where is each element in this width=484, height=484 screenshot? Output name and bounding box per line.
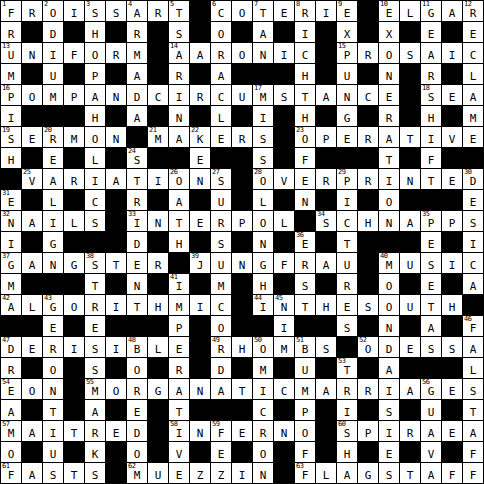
cell-r3c13[interactable]: N: [253, 43, 273, 63]
cell-r11c8[interactable]: N: [148, 211, 168, 231]
cell-r7c16[interactable]: P: [316, 127, 336, 147]
cell-r13c20[interactable]: U: [400, 253, 420, 273]
cell-r5c15[interactable]: T: [295, 85, 315, 105]
cell-r7c6[interactable]: N: [106, 127, 126, 147]
cell-r20c1[interactable]: A: [1, 400, 21, 420]
cell-r10c7[interactable]: R: [127, 190, 147, 210]
cell-r13c4[interactable]: G: [64, 253, 84, 273]
cell-r11c22[interactable]: P: [442, 211, 462, 231]
cell-r13c23[interactable]: C: [463, 253, 483, 273]
cell-r16c5[interactable]: E: [85, 316, 105, 336]
cell-r6c23[interactable]: M: [463, 106, 483, 126]
cell-r9c17[interactable]: 29P: [337, 169, 357, 189]
cell-r12c7[interactable]: D: [127, 232, 147, 252]
cell-r17c23[interactable]: A: [463, 337, 483, 357]
cell-r3c14[interactable]: I: [274, 43, 294, 63]
cell-r2c9[interactable]: S: [169, 22, 189, 42]
cell-r16c21[interactable]: A: [421, 316, 441, 336]
cell-r7c22[interactable]: V: [442, 127, 462, 147]
cell-r2c23[interactable]: E: [463, 22, 483, 42]
cell-r21c23[interactable]: A: [463, 421, 483, 441]
cell-r22c17[interactable]: H: [337, 442, 357, 462]
cell-r8c15[interactable]: F: [295, 148, 315, 168]
cell-r6c1[interactable]: I: [1, 106, 21, 126]
cell-r21c1[interactable]: 57M: [1, 421, 21, 441]
cell-r11c7[interactable]: 33I: [127, 211, 147, 231]
cell-r4c11[interactable]: A: [211, 64, 231, 84]
cell-r11c21[interactable]: 35P: [421, 211, 441, 231]
cell-r17c3[interactable]: R: [43, 337, 63, 357]
cell-r11c9[interactable]: T: [169, 211, 189, 231]
cell-r17c15[interactable]: 51B: [295, 337, 315, 357]
cell-r11c2[interactable]: A: [22, 211, 42, 231]
cell-r5c9[interactable]: I: [169, 85, 189, 105]
cell-r9c20[interactable]: N: [400, 169, 420, 189]
cell-r17c2[interactable]: E: [22, 337, 42, 357]
cell-r15c17[interactable]: E: [337, 295, 357, 315]
cell-r15c10[interactable]: I: [190, 295, 210, 315]
cell-r10c11[interactable]: U: [211, 190, 231, 210]
cell-r5c2[interactable]: O: [22, 85, 42, 105]
cell-r15c18[interactable]: S: [358, 295, 378, 315]
cell-r5c10[interactable]: R: [190, 85, 210, 105]
cell-r19c18[interactable]: R: [358, 379, 378, 399]
cell-r19c13[interactable]: I: [253, 379, 273, 399]
cell-r7c21[interactable]: I: [421, 127, 441, 147]
cell-r9c7[interactable]: T: [127, 169, 147, 189]
cell-r9c23[interactable]: 30D: [463, 169, 483, 189]
cell-r9c5[interactable]: I: [85, 169, 105, 189]
cell-r17c6[interactable]: I: [106, 337, 126, 357]
cell-r7c4[interactable]: M: [64, 127, 84, 147]
cell-r12c3[interactable]: G: [43, 232, 63, 252]
cell-r19c17[interactable]: R: [337, 379, 357, 399]
cell-r15c20[interactable]: U: [400, 295, 420, 315]
cell-r2c15[interactable]: I: [295, 22, 315, 42]
cell-r9c2[interactable]: 25V: [22, 169, 42, 189]
cell-r23c5[interactable]: S: [85, 463, 105, 483]
cell-r1c5[interactable]: 3S: [85, 1, 105, 21]
cell-r7c11[interactable]: E: [211, 127, 231, 147]
cell-r13c13[interactable]: G: [253, 253, 273, 273]
cell-r18c1[interactable]: R: [1, 358, 21, 378]
cell-r4c21[interactable]: R: [421, 64, 441, 84]
cell-r10c17[interactable]: I: [337, 190, 357, 210]
cell-r21c19[interactable]: I: [379, 421, 399, 441]
cell-r20c13[interactable]: C: [253, 400, 273, 420]
cell-r17c14[interactable]: M: [274, 337, 294, 357]
cell-r18c11[interactable]: D: [211, 358, 231, 378]
cell-r17c20[interactable]: E: [400, 337, 420, 357]
cell-r7c13[interactable]: S: [253, 127, 273, 147]
cell-r23c16[interactable]: L: [316, 463, 336, 483]
cell-r10c23[interactable]: E: [463, 190, 483, 210]
cell-r19c6[interactable]: O: [106, 379, 126, 399]
cell-r16c17[interactable]: S: [337, 316, 357, 336]
cell-r7c2[interactable]: E: [22, 127, 42, 147]
cell-r20c7[interactable]: E: [127, 400, 147, 420]
cell-r4c19[interactable]: N: [379, 64, 399, 84]
cell-r3c15[interactable]: C: [295, 43, 315, 63]
cell-r23c21[interactable]: A: [421, 463, 441, 483]
cell-r5c6[interactable]: N: [106, 85, 126, 105]
cell-r1c17[interactable]: 9E: [337, 1, 357, 21]
cell-r3c10[interactable]: A: [190, 43, 210, 63]
cell-r16c23[interactable]: 46F: [463, 316, 483, 336]
cell-r7c20[interactable]: T: [400, 127, 420, 147]
cell-r21c10[interactable]: N: [190, 421, 210, 441]
cell-r17c7[interactable]: 48B: [127, 337, 147, 357]
cell-r18c19[interactable]: A: [379, 358, 399, 378]
cell-r14c13[interactable]: H: [253, 274, 273, 294]
cell-r9c18[interactable]: R: [358, 169, 378, 189]
cell-r13c3[interactable]: N: [43, 253, 63, 273]
cell-r13c19[interactable]: 40M: [379, 253, 399, 273]
cell-r1c8[interactable]: R: [148, 1, 168, 21]
cell-r3c12[interactable]: O: [232, 43, 252, 63]
cell-r17c19[interactable]: D: [379, 337, 399, 357]
cell-r11c3[interactable]: I: [43, 211, 63, 231]
cell-r4c23[interactable]: L: [463, 64, 483, 84]
cell-r1c9[interactable]: 5T: [169, 1, 189, 21]
cell-r13c16[interactable]: A: [316, 253, 336, 273]
cell-r5c3[interactable]: M: [43, 85, 63, 105]
cell-r23c15[interactable]: 63F: [295, 463, 315, 483]
cell-r9c19[interactable]: I: [379, 169, 399, 189]
cell-r11c12[interactable]: P: [232, 211, 252, 231]
cell-r1c11[interactable]: 6C: [211, 1, 231, 21]
cell-r11c14[interactable]: L: [274, 211, 294, 231]
cell-r8c10[interactable]: E: [190, 148, 210, 168]
cell-r7c17[interactable]: E: [337, 127, 357, 147]
cell-r8c3[interactable]: E: [43, 148, 63, 168]
cell-r17c4[interactable]: I: [64, 337, 84, 357]
cell-r11c23[interactable]: S: [463, 211, 483, 231]
cell-r13c8[interactable]: R: [148, 253, 168, 273]
cell-r12c11[interactable]: S: [211, 232, 231, 252]
cell-r15c11[interactable]: C: [211, 295, 231, 315]
cell-r1c15[interactable]: 8R: [295, 1, 315, 21]
cell-r23c23[interactable]: F: [463, 463, 483, 483]
cell-r13c1[interactable]: 37G: [1, 253, 21, 273]
cell-r10c19[interactable]: O: [379, 190, 399, 210]
cell-r11c18[interactable]: H: [358, 211, 378, 231]
cell-r14c21[interactable]: E: [421, 274, 441, 294]
cell-r5c1[interactable]: 16P: [1, 85, 21, 105]
cell-r12c17[interactable]: T: [337, 232, 357, 252]
cell-r15c19[interactable]: O: [379, 295, 399, 315]
cell-r4c1[interactable]: M: [1, 64, 21, 84]
cell-r17c21[interactable]: S: [421, 337, 441, 357]
cell-r2c3[interactable]: D: [43, 22, 63, 42]
cell-r2c21[interactable]: E: [421, 22, 441, 42]
cell-r18c23[interactable]: L: [463, 358, 483, 378]
cell-r3c21[interactable]: A: [421, 43, 441, 63]
cell-r13c2[interactable]: A: [22, 253, 42, 273]
cell-r19c2[interactable]: O: [22, 379, 42, 399]
cell-r3c7[interactable]: M: [127, 43, 147, 63]
cell-r13c7[interactable]: E: [127, 253, 147, 273]
cell-r6c11[interactable]: L: [211, 106, 231, 126]
cell-r3c5[interactable]: O: [85, 43, 105, 63]
cell-r7c18[interactable]: R: [358, 127, 378, 147]
cell-r5c11[interactable]: C: [211, 85, 231, 105]
cell-r17c18[interactable]: 52O: [358, 337, 378, 357]
cell-r2c1[interactable]: R: [1, 22, 21, 42]
cell-r7c5[interactable]: O: [85, 127, 105, 147]
cell-r20c19[interactable]: S: [379, 400, 399, 420]
cell-r1c3[interactable]: 2O: [43, 1, 63, 21]
cell-r3c18[interactable]: R: [358, 43, 378, 63]
cell-r23c9[interactable]: E: [169, 463, 189, 483]
cell-r12c15[interactable]: 36E: [295, 232, 315, 252]
cell-r17c8[interactable]: L: [148, 337, 168, 357]
cell-r23c13[interactable]: N: [253, 463, 273, 483]
cell-r5c7[interactable]: D: [127, 85, 147, 105]
cell-r4c17[interactable]: U: [337, 64, 357, 84]
cell-r4c15[interactable]: H: [295, 64, 315, 84]
cell-r17c12[interactable]: H: [232, 337, 252, 357]
cell-r19c15[interactable]: M: [295, 379, 315, 399]
cell-r10c3[interactable]: L: [43, 190, 63, 210]
cell-r23c19[interactable]: S: [379, 463, 399, 483]
cell-r21c3[interactable]: I: [43, 421, 63, 441]
cell-r12c1[interactable]: I: [1, 232, 21, 252]
cell-r2c11[interactable]: O: [211, 22, 231, 42]
cell-r1c13[interactable]: 7T: [253, 1, 273, 21]
cell-r8c19[interactable]: T: [379, 148, 399, 168]
cell-r13c21[interactable]: S: [421, 253, 441, 273]
cell-r19c19[interactable]: I: [379, 379, 399, 399]
cell-r2c5[interactable]: H: [85, 22, 105, 42]
cell-r9c16[interactable]: R: [316, 169, 336, 189]
cell-r3c11[interactable]: R: [211, 43, 231, 63]
cell-r14c17[interactable]: R: [337, 274, 357, 294]
cell-r6c21[interactable]: H: [421, 106, 441, 126]
cell-r7c1[interactable]: 19S: [1, 127, 21, 147]
cell-r19c8[interactable]: G: [148, 379, 168, 399]
cell-r15c1[interactable]: 42A: [1, 295, 21, 315]
cell-r22c7[interactable]: O: [127, 442, 147, 462]
cell-r23c3[interactable]: S: [43, 463, 63, 483]
cell-r6c5[interactable]: H: [85, 106, 105, 126]
cell-r22c13[interactable]: O: [253, 442, 273, 462]
cell-r11c10[interactable]: E: [190, 211, 210, 231]
cell-r22c5[interactable]: K: [85, 442, 105, 462]
cell-r9c14[interactable]: V: [274, 169, 294, 189]
cell-r3c3[interactable]: I: [43, 43, 63, 63]
cell-r15c6[interactable]: I: [106, 295, 126, 315]
cell-r20c15[interactable]: P: [295, 400, 315, 420]
cell-r5c13[interactable]: 17M: [253, 85, 273, 105]
cell-r19c14[interactable]: C: [274, 379, 294, 399]
cell-r3c6[interactable]: R: [106, 43, 126, 63]
cell-r14c5[interactable]: T: [85, 274, 105, 294]
cell-r14c15[interactable]: S: [295, 274, 315, 294]
cell-r20c3[interactable]: T: [43, 400, 63, 420]
cell-r10c1[interactable]: 31E: [1, 190, 21, 210]
cell-r4c3[interactable]: U: [43, 64, 63, 84]
cell-r1c7[interactable]: 4A: [127, 1, 147, 21]
cell-r15c13[interactable]: 44I: [253, 295, 273, 315]
cell-r15c4[interactable]: O: [64, 295, 84, 315]
cell-r21c4[interactable]: T: [64, 421, 84, 441]
cell-r13c5[interactable]: 38S: [85, 253, 105, 273]
cell-r6c13[interactable]: I: [253, 106, 273, 126]
cell-r1c14[interactable]: E: [274, 1, 294, 21]
cell-r11c16[interactable]: 34S: [316, 211, 336, 231]
cell-r20c17[interactable]: I: [337, 400, 357, 420]
cell-r17c9[interactable]: E: [169, 337, 189, 357]
cell-r19c23[interactable]: S: [463, 379, 483, 399]
cell-r3c1[interactable]: 13U: [1, 43, 21, 63]
cell-r15c8[interactable]: H: [148, 295, 168, 315]
cell-r10c9[interactable]: A: [169, 190, 189, 210]
cell-r18c7[interactable]: O: [127, 358, 147, 378]
cell-r22c9[interactable]: V: [169, 442, 189, 462]
cell-r19c16[interactable]: A: [316, 379, 336, 399]
cell-r23c11[interactable]: Z: [211, 463, 231, 483]
cell-r21c21[interactable]: A: [421, 421, 441, 441]
cell-r23c18[interactable]: G: [358, 463, 378, 483]
cell-r16c3[interactable]: E: [43, 316, 63, 336]
cell-r19c21[interactable]: 56G: [421, 379, 441, 399]
cell-r1c1[interactable]: 1F: [1, 1, 21, 21]
cell-r9c22[interactable]: E: [442, 169, 462, 189]
cell-r21c17[interactable]: 60S: [337, 421, 357, 441]
cell-r17c1[interactable]: 47D: [1, 337, 21, 357]
cell-r10c13[interactable]: L: [253, 190, 273, 210]
cell-r6c17[interactable]: G: [337, 106, 357, 126]
cell-r21c7[interactable]: D: [127, 421, 147, 441]
cell-r11c4[interactable]: L: [64, 211, 84, 231]
cell-r15c5[interactable]: R: [85, 295, 105, 315]
cell-r2c13[interactable]: A: [253, 22, 273, 42]
cell-r10c15[interactable]: N: [295, 190, 315, 210]
cell-r11c11[interactable]: R: [211, 211, 231, 231]
cell-r6c15[interactable]: H: [295, 106, 315, 126]
cell-r3c23[interactable]: C: [463, 43, 483, 63]
cell-r19c10[interactable]: N: [190, 379, 210, 399]
cell-r19c11[interactable]: A: [211, 379, 231, 399]
cell-r12c23[interactable]: I: [463, 232, 483, 252]
cell-r21c18[interactable]: P: [358, 421, 378, 441]
cell-r19c20[interactable]: A: [400, 379, 420, 399]
cell-r11c19[interactable]: N: [379, 211, 399, 231]
cell-r2c17[interactable]: X: [337, 22, 357, 42]
cell-r14c23[interactable]: A: [463, 274, 483, 294]
cell-r21c6[interactable]: E: [106, 421, 126, 441]
cell-r21c2[interactable]: A: [22, 421, 42, 441]
cell-r13c11[interactable]: U: [211, 253, 231, 273]
cell-r21c11[interactable]: 59F: [211, 421, 231, 441]
cell-r14c1[interactable]: M: [1, 274, 21, 294]
cell-r11c13[interactable]: O: [253, 211, 273, 231]
cell-r15c14[interactable]: 45N: [274, 295, 294, 315]
cell-r4c5[interactable]: P: [85, 64, 105, 84]
cell-r15c3[interactable]: 43G: [43, 295, 63, 315]
cell-r6c7[interactable]: A: [127, 106, 147, 126]
cell-r6c19[interactable]: R: [379, 106, 399, 126]
cell-r13c22[interactable]: I: [442, 253, 462, 273]
cell-r13c6[interactable]: T: [106, 253, 126, 273]
cell-r3c20[interactable]: S: [400, 43, 420, 63]
cell-r22c19[interactable]: E: [379, 442, 399, 462]
cell-r5c23[interactable]: A: [463, 85, 483, 105]
cell-r17c5[interactable]: S: [85, 337, 105, 357]
cell-r18c17[interactable]: 53T: [337, 358, 357, 378]
cell-r23c8[interactable]: U: [148, 463, 168, 483]
cell-r8c13[interactable]: S: [253, 148, 273, 168]
cell-r14c19[interactable]: O: [379, 274, 399, 294]
cell-r5c12[interactable]: U: [232, 85, 252, 105]
cell-r18c5[interactable]: S: [85, 358, 105, 378]
cell-r23c17[interactable]: A: [337, 463, 357, 483]
cell-r23c4[interactable]: T: [64, 463, 84, 483]
cell-r2c19[interactable]: X: [379, 22, 399, 42]
cell-r23c12[interactable]: I: [232, 463, 252, 483]
cell-r15c22[interactable]: H: [442, 295, 462, 315]
cell-r22c11[interactable]: E: [211, 442, 231, 462]
cell-r7c3[interactable]: 20R: [43, 127, 63, 147]
cell-r8c1[interactable]: H: [1, 148, 21, 168]
cell-r14c11[interactable]: M: [211, 274, 231, 294]
cell-r19c7[interactable]: R: [127, 379, 147, 399]
cell-r7c9[interactable]: A: [169, 127, 189, 147]
cell-r1c2[interactable]: R: [22, 1, 42, 21]
cell-r12c21[interactable]: E: [421, 232, 441, 252]
cell-r9c8[interactable]: I: [148, 169, 168, 189]
cell-r5c21[interactable]: 18S: [421, 85, 441, 105]
cell-r15c7[interactable]: T: [127, 295, 147, 315]
cell-r14c7[interactable]: N: [127, 274, 147, 294]
cell-r23c2[interactable]: A: [22, 463, 42, 483]
cell-r17c22[interactable]: S: [442, 337, 462, 357]
cell-r6c9[interactable]: N: [169, 106, 189, 126]
cell-r17c11[interactable]: 49R: [211, 337, 231, 357]
cell-r17c13[interactable]: 50O: [253, 337, 273, 357]
cell-r9c6[interactable]: A: [106, 169, 126, 189]
cell-r21c14[interactable]: N: [274, 421, 294, 441]
cell-r3c19[interactable]: O: [379, 43, 399, 63]
cell-r3c4[interactable]: F: [64, 43, 84, 63]
cell-r3c22[interactable]: I: [442, 43, 462, 63]
cell-r23c10[interactable]: Z: [190, 463, 210, 483]
cell-r7c8[interactable]: 21M: [148, 127, 168, 147]
cell-r22c15[interactable]: F: [295, 442, 315, 462]
cell-r5c19[interactable]: E: [379, 85, 399, 105]
cell-r9c11[interactable]: 27S: [211, 169, 231, 189]
cell-r9c9[interactable]: 26O: [169, 169, 189, 189]
cell-r22c23[interactable]: F: [463, 442, 483, 462]
cell-r21c15[interactable]: O: [295, 421, 315, 441]
cell-r15c15[interactable]: T: [295, 295, 315, 315]
cell-r7c23[interactable]: E: [463, 127, 483, 147]
cell-r1c6[interactable]: S: [106, 1, 126, 21]
cell-r3c2[interactable]: N: [22, 43, 42, 63]
cell-r9c4[interactable]: R: [64, 169, 84, 189]
cell-r3c9[interactable]: 14A: [169, 43, 189, 63]
cell-r18c15[interactable]: U: [295, 358, 315, 378]
cell-r19c12[interactable]: T: [232, 379, 252, 399]
cell-r8c7[interactable]: 24S: [127, 148, 147, 168]
cell-r7c19[interactable]: A: [379, 127, 399, 147]
cell-r22c3[interactable]: U: [43, 442, 63, 462]
cell-r9c13[interactable]: 28O: [253, 169, 273, 189]
cell-r20c5[interactable]: A: [85, 400, 105, 420]
cell-r12c9[interactable]: H: [169, 232, 189, 252]
cell-r23c22[interactable]: F: [442, 463, 462, 483]
